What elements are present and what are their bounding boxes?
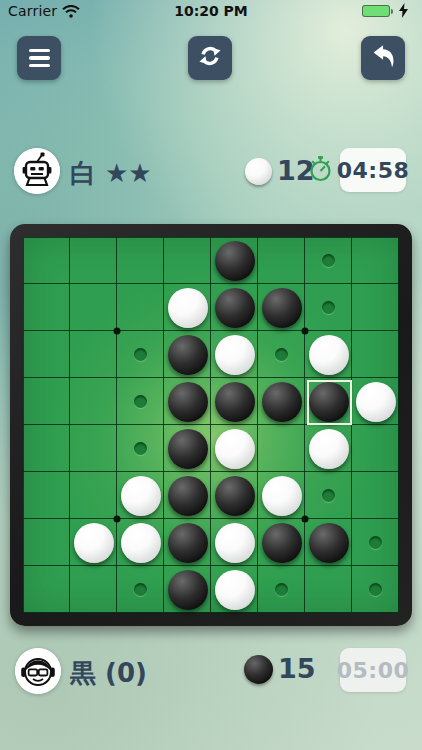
- board-cell[interactable]: [117, 425, 164, 472]
- black-stone: [215, 382, 255, 422]
- board-star-point: [114, 516, 121, 523]
- board-cell[interactable]: [305, 566, 352, 613]
- refresh-icon: [197, 43, 223, 73]
- legal-move-dot: [134, 348, 147, 361]
- undo-arrow-icon: [370, 43, 397, 74]
- white-stone: [74, 523, 114, 563]
- white-stone: [168, 288, 208, 328]
- board-cell[interactable]: [211, 284, 258, 331]
- board-cell[interactable]: [23, 284, 70, 331]
- board-cell[interactable]: [258, 566, 305, 613]
- black-clock: 05:00: [340, 648, 406, 692]
- board-cell[interactable]: [23, 378, 70, 425]
- board-cell[interactable]: [305, 425, 352, 472]
- board-cell[interactable]: [70, 378, 117, 425]
- black-stone: [168, 523, 208, 563]
- board-cell[interactable]: [23, 237, 70, 284]
- board-surface: [23, 237, 399, 613]
- board-cell[interactable]: [70, 284, 117, 331]
- board-cell[interactable]: [352, 566, 399, 613]
- black-stone: [168, 476, 208, 516]
- black-stone: [168, 335, 208, 375]
- board-cell[interactable]: [352, 237, 399, 284]
- hamburger-icon: [29, 49, 50, 68]
- board-cell[interactable]: [164, 237, 211, 284]
- black-disc-count: 15: [278, 653, 316, 684]
- board-cell[interactable]: [23, 331, 70, 378]
- board-cell[interactable]: [211, 566, 258, 613]
- board-cell[interactable]: [70, 237, 117, 284]
- board-cell[interactable]: [258, 237, 305, 284]
- board-cell[interactable]: [164, 472, 211, 519]
- board-grid: [23, 237, 399, 613]
- board-cell[interactable]: [258, 519, 305, 566]
- board-cell[interactable]: [305, 237, 352, 284]
- white-disc-icon: [245, 158, 272, 185]
- menu-button[interactable]: [17, 36, 61, 80]
- legal-move-dot: [275, 348, 288, 361]
- legal-move-dot: [275, 583, 288, 596]
- black-stone: [309, 523, 349, 563]
- black-stone: [215, 476, 255, 516]
- board-cell[interactable]: [305, 331, 352, 378]
- board-cell[interactable]: [211, 472, 258, 519]
- board-cell[interactable]: [211, 425, 258, 472]
- white-stone: [215, 523, 255, 563]
- board-cell[interactable]: [211, 519, 258, 566]
- legal-move-dot: [369, 583, 382, 596]
- white-stone: [121, 523, 161, 563]
- board-cell[interactable]: [164, 425, 211, 472]
- board-cell[interactable]: [352, 284, 399, 331]
- new-game-button[interactable]: [188, 36, 232, 80]
- board-cell[interactable]: [70, 472, 117, 519]
- legal-move-dot: [134, 442, 147, 455]
- board-cell[interactable]: [117, 472, 164, 519]
- board-cell[interactable]: [164, 566, 211, 613]
- legal-move-dot: [134, 583, 147, 596]
- board-cell[interactable]: [352, 519, 399, 566]
- white-stone: [215, 570, 255, 610]
- stopwatch-icon: [307, 155, 334, 186]
- black-stone: [262, 523, 302, 563]
- board-cell[interactable]: [258, 331, 305, 378]
- board-cell[interactable]: [352, 331, 399, 378]
- board-cell[interactable]: [211, 331, 258, 378]
- battery-icon: [362, 5, 390, 17]
- black-stone: [215, 288, 255, 328]
- board-cell[interactable]: [117, 237, 164, 284]
- board-cell[interactable]: [164, 519, 211, 566]
- board-cell[interactable]: [258, 378, 305, 425]
- black-stone: [168, 382, 208, 422]
- board-cell[interactable]: [305, 519, 352, 566]
- board-cell[interactable]: [258, 472, 305, 519]
- board-cell[interactable]: [211, 378, 258, 425]
- white-stone: [356, 382, 396, 422]
- status-time: 10:20 PM: [0, 3, 422, 19]
- legal-move-dot: [322, 489, 335, 502]
- board-cell[interactable]: [70, 425, 117, 472]
- board-cell[interactable]: [23, 566, 70, 613]
- board-cell[interactable]: [352, 378, 399, 425]
- board-cell[interactable]: [258, 284, 305, 331]
- black-stone: [309, 382, 349, 422]
- undo-button[interactable]: [361, 36, 405, 80]
- board-cell[interactable]: [258, 425, 305, 472]
- black-player-label: 黒 (0): [70, 656, 147, 691]
- white-player-avatar: [14, 148, 60, 194]
- board-cell[interactable]: [70, 331, 117, 378]
- board-cell[interactable]: [117, 519, 164, 566]
- board-cell[interactable]: [70, 519, 117, 566]
- board-cell[interactable]: [164, 331, 211, 378]
- board-star-point: [302, 328, 309, 335]
- black-stone: [168, 570, 208, 610]
- white-stone: [121, 476, 161, 516]
- boy-with-glasses-icon: [15, 648, 61, 694]
- board-star-point: [302, 516, 309, 523]
- charging-bolt-icon: [399, 3, 408, 21]
- black-stone: [215, 241, 255, 281]
- othello-board: [10, 224, 412, 626]
- board-cell[interactable]: [352, 472, 399, 519]
- black-stone: [262, 288, 302, 328]
- board-cell[interactable]: [23, 425, 70, 472]
- white-clock: 04:58: [340, 148, 406, 192]
- white-stone: [215, 335, 255, 375]
- legal-move-dot: [134, 395, 147, 408]
- black-disc-icon: [244, 655, 273, 684]
- legal-move-dot: [322, 301, 335, 314]
- white-stone: [309, 429, 349, 469]
- board-cell[interactable]: [117, 378, 164, 425]
- board-cell[interactable]: [23, 519, 70, 566]
- status-bar: Carrier 10:20 PM: [0, 0, 422, 22]
- board-cell[interactable]: [117, 331, 164, 378]
- white-player-label: 白 ★★: [70, 156, 152, 191]
- board-cell[interactable]: [117, 566, 164, 613]
- black-stone: [168, 429, 208, 469]
- board-cell[interactable]: [305, 378, 352, 425]
- black-stone: [262, 382, 302, 422]
- board-cell[interactable]: [211, 237, 258, 284]
- board-cell[interactable]: [352, 425, 399, 472]
- board-star-point: [114, 328, 121, 335]
- board-cell[interactable]: [23, 472, 70, 519]
- white-stone: [309, 335, 349, 375]
- board-cell[interactable]: [305, 472, 352, 519]
- board-cell[interactable]: [164, 284, 211, 331]
- white-stone: [262, 476, 302, 516]
- robot-icon: [14, 148, 60, 194]
- legal-move-dot: [322, 254, 335, 267]
- board-cell[interactable]: [70, 566, 117, 613]
- board-cell[interactable]: [305, 284, 352, 331]
- board-cell[interactable]: [164, 378, 211, 425]
- black-player-avatar: [15, 648, 61, 694]
- board-cell[interactable]: [117, 284, 164, 331]
- white-stone: [215, 429, 255, 469]
- legal-move-dot: [369, 536, 382, 549]
